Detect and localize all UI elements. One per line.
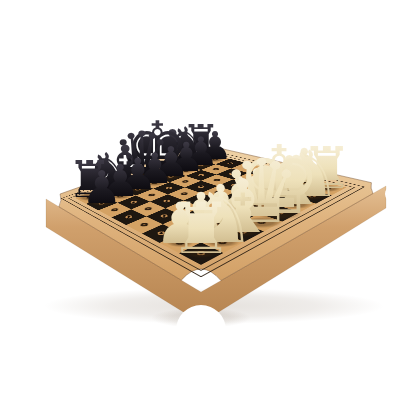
piece-contact-shadow	[188, 229, 213, 236]
piece-white-pawn-b2: ♟	[173, 186, 228, 241]
piece-black-queen-d8: ♛	[109, 123, 174, 188]
piece-black-pawn-b7: ♟	[98, 159, 142, 203]
piece-contact-shadow	[280, 200, 311, 209]
piece-contact-shadow	[78, 194, 101, 201]
piece-white-bishop-f1: ♝	[262, 147, 330, 215]
piece-contact-shadow	[227, 211, 251, 218]
piece-black-pawn-h7: ♟	[196, 127, 235, 166]
piece-black-pawn-a7: ♟	[79, 165, 124, 210]
piece-contact-shadow	[128, 187, 148, 193]
piece-white-knight-g1: ♞	[280, 143, 344, 207]
piece-contact-shadow	[241, 217, 282, 228]
piece-contact-shadow	[141, 168, 173, 177]
piece-black-rook-h8: ♜	[179, 119, 223, 163]
piece-white-pawn-c2: ♟	[194, 178, 248, 232]
piece-white-knight-b1: ♞	[186, 180, 260, 254]
piece-white-pawn-e2: ♟	[231, 163, 282, 214]
piece-white-rook-a1: ♜	[166, 194, 237, 265]
piece-contact-shadow	[96, 187, 121, 194]
piece-contact-shadow	[278, 187, 300, 193]
piece-black-king-e8: ♚	[122, 113, 193, 184]
piece-contact-shadow	[206, 157, 224, 162]
piece-contact-shadow	[293, 180, 315, 186]
pieces-layer: ♜♟♞♟♝♟♚♟♛♟♟♝♜♟♟♞♞♟♜♟♟♝♟♚♟♛♟♝♟♞♟♜	[0, 0, 420, 420]
piece-black-pawn-e7: ♟	[150, 142, 191, 183]
piece-white-bishop-c1: ♝	[206, 170, 280, 244]
piece-contact-shadow	[145, 180, 164, 185]
piece-white-pawn-a2: ♟	[152, 195, 209, 252]
piece-white-queen-d1: ♛	[217, 148, 305, 236]
piece-black-bishop-c8: ♝	[98, 139, 152, 193]
piece-contact-shadow	[110, 194, 130, 200]
piece-white-pawn-d2: ♟	[213, 170, 265, 222]
piece-white-pawn-f2: ♟	[249, 156, 298, 205]
piece-white-king-e1: ♚	[232, 133, 327, 228]
piece-contact-shadow	[185, 249, 218, 258]
piece-contact-shadow	[192, 163, 210, 168]
piece-white-pawn-g2: ♟	[265, 149, 313, 197]
piece-contact-shadow	[167, 239, 193, 246]
piece-contact-shadow	[257, 207, 301, 219]
piece-black-rook-a8: ♜	[64, 155, 115, 206]
piece-black-bishop-f8: ♝	[147, 124, 198, 175]
piece-contact-shadow	[113, 181, 138, 188]
piece-contact-shadow	[161, 174, 180, 179]
piece-contact-shadow	[208, 220, 233, 227]
piece-contact-shadow	[205, 238, 239, 248]
piece-contact-shadow	[297, 192, 326, 200]
piece-black-pawn-f7: ♟	[166, 137, 206, 177]
piece-contact-shadow	[245, 202, 268, 209]
piece-contact-shadow	[127, 174, 157, 182]
product-photo-chess-set: ♜♟♞♟♝♟♚♟♛♟♟♝♜♟♟♞♞♟♜♟♟♝♟♚♟♛♟♝♟♞♟♜	[0, 0, 420, 420]
piece-contact-shadow	[314, 185, 340, 192]
piece-contact-shadow	[161, 163, 184, 170]
piece-contact-shadow	[225, 227, 259, 237]
piece-white-pawn-h2: ♟	[281, 143, 328, 190]
piece-black-pawn-g7: ♟	[181, 132, 220, 171]
piece-black-pawn-c7: ♟	[116, 153, 159, 196]
piece-white-rook-h1: ♜	[298, 140, 356, 198]
piece-contact-shadow	[262, 194, 285, 200]
piece-contact-shadow	[176, 158, 198, 164]
piece-contact-shadow	[177, 168, 196, 173]
piece-black-pawn-d7: ♟	[134, 148, 176, 190]
piece-contact-shadow	[191, 153, 211, 159]
piece-black-knight-g8: ♞	[163, 121, 211, 169]
piece-contact-shadow	[91, 201, 112, 207]
piece-black-knight-b8: ♞	[81, 146, 134, 199]
